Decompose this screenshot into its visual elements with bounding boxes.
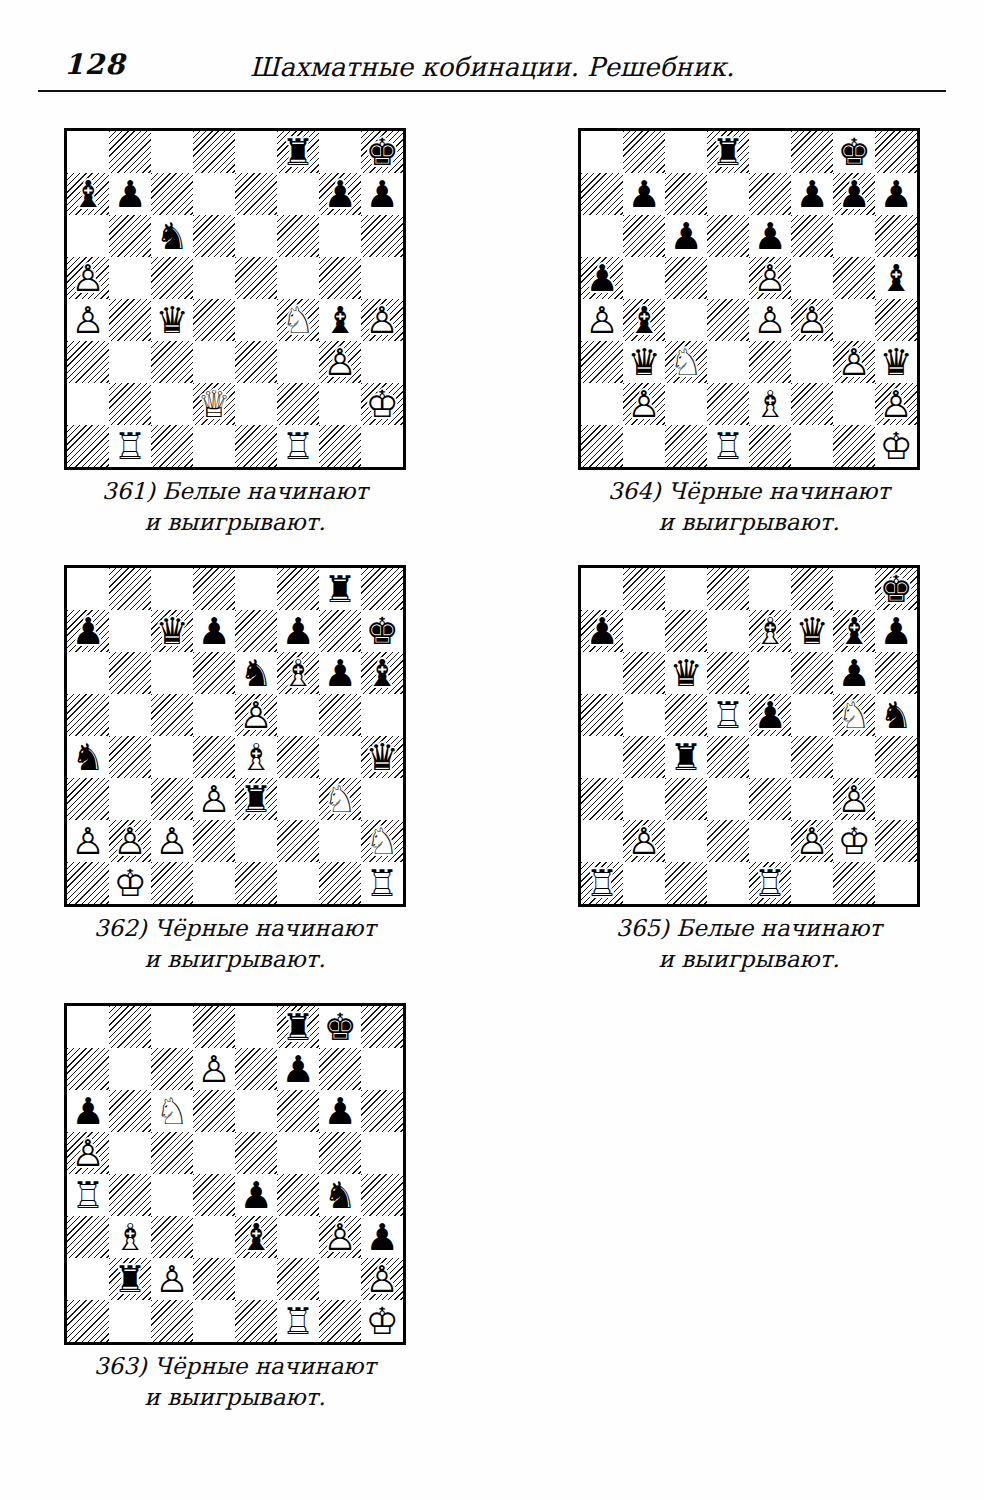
square-e6: ♞♞ [235,652,277,694]
square-e3 [749,778,791,820]
square-a1 [67,425,109,467]
square-e8 [235,568,277,610]
square-f5 [791,257,833,299]
square-a3 [67,341,109,383]
square-e5: ♟♙ [235,694,277,736]
white-king: ♚♔ [875,425,917,467]
white-king: ♚♔ [833,820,875,862]
square-e8 [749,568,791,610]
square-b6 [109,1090,151,1132]
square-h8: ♚♚ [875,568,917,610]
square-a2 [581,383,623,425]
square-d2 [193,820,235,862]
black-pawn: ♟♟ [319,652,361,694]
square-d3 [193,1216,235,1258]
square-f6 [277,215,319,257]
square-d1 [707,862,749,904]
square-h3 [875,778,917,820]
square-c1 [151,862,193,904]
square-d4 [193,736,235,778]
white-rook: ♜♖ [109,425,151,467]
caption-361-line1: 361) Белые начинают [64,476,406,507]
square-e8 [235,131,277,173]
square-h6 [875,652,917,694]
black-pawn: ♟♟ [875,610,917,652]
square-g6 [319,215,361,257]
square-b8 [623,131,665,173]
black-king: ♚♚ [833,131,875,173]
square-g8: ♜♜ [319,568,361,610]
square-h8 [361,568,403,610]
black-pawn: ♟♟ [581,610,623,652]
black-pawn: ♟♟ [581,257,623,299]
caption-361: 361) Белые начинают и выигрывают. [64,476,406,538]
black-bishop: ♝♝ [235,1216,277,1258]
square-h2: ♟♙ [361,1258,403,1300]
square-f1: ♜♖ [277,1300,319,1342]
square-c8 [151,568,193,610]
black-pawn: ♟♟ [749,215,791,257]
square-e8 [235,1006,277,1048]
black-king: ♚♚ [361,131,403,173]
square-c3 [151,1216,193,1258]
white-pawn: ♟♙ [833,341,875,383]
square-h4: ♟♙ [361,299,403,341]
black-king: ♚♚ [319,1006,361,1048]
black-pawn: ♟♟ [833,652,875,694]
chess-board-363: ♜♜♚♚♟♙♟♟♟♟♞♘♟♟♟♙♜♖♟♟♞♞♝♗♝♝♟♙♟♟♜♜♟♙♟♙♜♖♚♔ [64,1003,406,1345]
square-e5: ♟♙ [749,257,791,299]
black-bishop: ♝♝ [319,299,361,341]
square-b5 [623,257,665,299]
square-g8 [833,568,875,610]
square-b7 [109,610,151,652]
square-b3 [623,778,665,820]
white-knight: ♞♘ [833,694,875,736]
square-c6: ♞♘ [151,1090,193,1132]
square-h5 [361,257,403,299]
square-g3: ♞♘ [319,778,361,820]
square-b2 [109,383,151,425]
black-queen: ♛♛ [665,652,707,694]
square-d1 [193,425,235,467]
square-f3 [277,778,319,820]
square-e4: ♟♟ [235,1174,277,1216]
square-g4 [833,299,875,341]
white-rook: ♜♖ [67,1174,109,1216]
square-d3 [707,778,749,820]
square-g1 [319,1300,361,1342]
square-d5 [193,257,235,299]
white-pawn: ♟♙ [193,778,235,820]
square-h7: ♟♟ [361,173,403,215]
white-bishop: ♝♗ [277,652,319,694]
square-c5 [151,257,193,299]
square-g8 [319,131,361,173]
square-d4 [707,736,749,778]
caption-365-line1: 365) Белые начинают [578,913,920,944]
square-c4: ♜♜ [665,736,707,778]
white-knight: ♞♘ [319,778,361,820]
square-d5 [193,694,235,736]
square-g1 [319,862,361,904]
square-d6 [707,652,749,694]
square-g4 [833,736,875,778]
square-g6 [833,215,875,257]
square-e7 [235,173,277,215]
square-f1 [791,862,833,904]
square-b4: ♝♝ [623,299,665,341]
square-f1: ♜♖ [277,425,319,467]
square-f8 [791,568,833,610]
square-e4 [749,736,791,778]
square-d4 [707,299,749,341]
square-h4: ♛♛ [361,736,403,778]
square-e1 [235,425,277,467]
black-rook: ♜♜ [277,1006,319,1048]
square-d3: ♟♙ [193,778,235,820]
square-a6 [581,215,623,257]
square-c8 [665,568,707,610]
square-h2: ♞♘ [361,820,403,862]
white-pawn: ♟♙ [749,257,791,299]
square-c6: ♛♛ [665,652,707,694]
square-a3 [581,778,623,820]
square-d7: ♟♙ [193,1048,235,1090]
square-e1 [749,425,791,467]
header-divider [38,90,946,92]
square-c2 [665,820,707,862]
square-g7: ♟♟ [833,173,875,215]
square-e2 [235,383,277,425]
black-rook: ♜♜ [277,131,319,173]
square-f2 [277,383,319,425]
square-g5 [833,257,875,299]
black-bishop: ♝♝ [67,173,109,215]
square-e4 [235,299,277,341]
square-b4 [109,299,151,341]
white-rook: ♜♖ [581,862,623,904]
black-pawn: ♟♟ [623,173,665,215]
square-d6 [193,1090,235,1132]
square-a5: ♟♙ [67,257,109,299]
square-a6 [67,215,109,257]
square-d2 [707,383,749,425]
square-a7: ♟♟ [581,610,623,652]
square-e3: ♜♜ [235,778,277,820]
white-pawn: ♟♙ [151,820,193,862]
square-g3: ♟♙ [833,341,875,383]
white-queen: ♛♕ [193,383,235,425]
square-h4 [361,1174,403,1216]
white-pawn: ♟♙ [109,820,151,862]
black-pawn: ♟♟ [361,1216,403,1258]
black-pawn: ♟♟ [791,173,833,215]
white-pawn: ♟♙ [361,299,403,341]
square-f2 [277,820,319,862]
square-b4 [109,1174,151,1216]
square-e6 [235,1090,277,1132]
square-h2 [875,820,917,862]
square-g2 [833,383,875,425]
white-pawn: ♟♙ [361,1258,403,1300]
square-c4 [151,1174,193,1216]
caption-362-line1: 362) Чёрные начинают [64,913,406,944]
square-c2 [151,383,193,425]
square-b3: ♝♗ [109,1216,151,1258]
square-d5 [707,257,749,299]
square-c5 [151,1132,193,1174]
square-g5 [319,257,361,299]
square-g4: ♝♝ [319,299,361,341]
white-king: ♚♔ [361,383,403,425]
square-c3 [151,778,193,820]
white-pawn: ♟♙ [67,257,109,299]
square-f4: ♞♘ [277,299,319,341]
black-rook: ♜♜ [665,736,707,778]
square-b2: ♟♙ [623,820,665,862]
square-b5 [623,694,665,736]
white-pawn: ♟♙ [67,1132,109,1174]
white-rook: ♜♖ [277,425,319,467]
square-b8 [109,568,151,610]
square-a7: ♝♝ [67,173,109,215]
square-h7: ♟♟ [875,610,917,652]
square-e8 [749,131,791,173]
square-e6 [749,652,791,694]
square-d8 [707,568,749,610]
square-e1: ♜♖ [749,862,791,904]
white-pawn: ♟♙ [791,820,833,862]
square-c2: ♟♙ [151,820,193,862]
white-knight: ♞♘ [665,341,707,383]
square-h3 [361,778,403,820]
black-bishop: ♝♝ [623,299,665,341]
caption-365: 365) Белые начинают и выигрывают. [578,913,920,975]
square-a7: ♟♟ [67,610,109,652]
square-b1: ♚♔ [109,862,151,904]
white-rook: ♜♖ [707,694,749,736]
square-e4: ♟♙ [749,299,791,341]
square-c7 [665,173,707,215]
white-rook: ♜♖ [707,425,749,467]
white-pawn: ♟♙ [151,1258,193,1300]
square-h1: ♚♔ [361,1300,403,1342]
square-g5 [319,1132,361,1174]
square-c7 [151,1048,193,1090]
square-c3 [665,778,707,820]
square-b3: ♛♛ [623,341,665,383]
black-rook: ♜♜ [235,778,277,820]
square-c3: ♞♘ [665,341,707,383]
square-f3 [277,1216,319,1258]
square-e5 [235,1132,277,1174]
square-h1: ♜♖ [361,862,403,904]
square-f7: ♟♟ [791,173,833,215]
square-c6: ♞♞ [151,215,193,257]
square-h2: ♚♔ [361,383,403,425]
square-a6 [67,652,109,694]
square-b2: ♟♙ [623,383,665,425]
square-f8 [277,568,319,610]
square-f8: ♜♜ [277,1006,319,1048]
white-pawn: ♟♙ [791,299,833,341]
white-knight: ♞♘ [361,820,403,862]
chess-board-364: ♜♜♚♚♟♟♟♟♟♟♟♟♟♟♟♟♟♟♟♙♝♝♟♙♝♝♟♙♟♙♛♛♞♘♟♙♛♛♟♙… [578,128,920,470]
square-e3 [235,341,277,383]
white-pawn: ♟♙ [623,383,665,425]
square-b1 [623,862,665,904]
caption-364-line1: 364) Чёрные начинают [578,476,920,507]
square-b8 [109,1006,151,1048]
black-pawn: ♟♟ [277,610,319,652]
square-g7 [319,1048,361,1090]
square-g3: ♟♙ [319,1216,361,1258]
square-a4: ♟♙ [581,299,623,341]
black-queen: ♛♛ [623,341,665,383]
square-d7 [707,173,749,215]
square-e2 [749,820,791,862]
white-pawn: ♟♙ [749,299,791,341]
square-d2 [707,820,749,862]
square-d1: ♜♖ [707,425,749,467]
black-pawn: ♟♟ [319,173,361,215]
square-e5 [235,257,277,299]
square-c8 [151,131,193,173]
square-d6 [707,215,749,257]
black-king: ♚♚ [361,610,403,652]
square-f4 [277,1174,319,1216]
square-d8 [193,568,235,610]
square-f4: ♟♙ [791,299,833,341]
square-h4 [875,299,917,341]
black-pawn: ♟♟ [875,173,917,215]
square-b6 [109,215,151,257]
square-e1 [235,1300,277,1342]
square-b7: ♟♟ [109,173,151,215]
square-a6 [581,652,623,694]
white-pawn: ♟♙ [319,1216,361,1258]
square-c1 [665,425,707,467]
square-d6 [193,652,235,694]
black-pawn: ♟♟ [361,173,403,215]
black-queen: ♛♛ [151,299,193,341]
square-b3 [109,341,151,383]
square-h5: ♝♝ [875,257,917,299]
square-d7: ♟♟ [193,610,235,652]
square-c1 [665,862,707,904]
square-g4 [319,736,361,778]
black-king: ♚♚ [875,568,917,610]
square-f6 [277,1090,319,1132]
square-c4 [665,299,707,341]
square-f2 [791,383,833,425]
square-a4: ♟♙ [67,299,109,341]
figure-363: ♜♜♚♚♟♙♟♟♟♟♞♘♟♟♟♙♜♖♟♟♞♞♝♗♝♝♟♙♟♟♜♜♟♙♟♙♜♖♚♔… [64,1003,406,1413]
square-f2 [277,1258,319,1300]
black-pawn: ♟♟ [109,173,151,215]
square-g7: ♝♝ [833,610,875,652]
square-g5: ♞♘ [833,694,875,736]
square-c6: ♟♟ [665,215,707,257]
caption-365-line2: и выигрывают. [578,944,920,975]
square-h6 [875,215,917,257]
square-g3: ♟♙ [833,778,875,820]
square-h2: ♟♙ [875,383,917,425]
square-b8 [109,131,151,173]
white-knight: ♞♘ [277,299,319,341]
square-b6 [109,652,151,694]
square-f5 [277,1132,319,1174]
white-pawn: ♟♙ [833,778,875,820]
square-g5 [319,694,361,736]
square-f8 [791,131,833,173]
square-c4: ♛♛ [151,299,193,341]
square-e7 [235,610,277,652]
figure-365: ♚♚♟♟♝♗♛♛♝♝♟♟♛♛♟♟♜♖♟♟♞♘♞♞♜♜♟♙♟♙♟♙♚♔♜♖♜♖ 3… [578,565,920,975]
white-pawn: ♟♙ [67,299,109,341]
square-h6 [361,1090,403,1132]
square-b5 [109,694,151,736]
square-c5 [665,257,707,299]
square-f3 [791,341,833,383]
square-d5 [193,1132,235,1174]
white-pawn: ♟♙ [235,694,277,736]
square-g6: ♟♟ [319,1090,361,1132]
black-knight: ♞♞ [67,736,109,778]
black-pawn: ♟♟ [277,1048,319,1090]
square-h3 [361,341,403,383]
chess-board-365: ♚♚♟♟♝♗♛♛♝♝♟♟♛♛♟♟♜♖♟♟♞♘♞♞♜♜♟♙♟♙♟♙♚♔♜♖♜♖ [578,565,920,907]
square-b5 [109,257,151,299]
square-h1: ♚♔ [875,425,917,467]
black-pawn: ♟♟ [67,610,109,652]
square-e7 [235,1048,277,1090]
square-a4: ♞♞ [67,736,109,778]
square-c5 [151,694,193,736]
black-knight: ♞♞ [235,652,277,694]
square-h1 [361,425,403,467]
square-b4 [623,736,665,778]
square-e7: ♝♗ [749,610,791,652]
square-a5: ♟♙ [67,1132,109,1174]
square-b2: ♟♙ [109,820,151,862]
caption-361-line2: и выигрывают. [64,507,406,538]
square-f6: ♝♗ [277,652,319,694]
square-h7: ♚♚ [361,610,403,652]
square-c1 [151,1300,193,1342]
square-b7 [623,610,665,652]
square-a7 [67,1048,109,1090]
square-g1 [833,425,875,467]
square-c7: ♛♛ [151,610,193,652]
white-bishop: ♝♗ [109,1216,151,1258]
square-f5 [277,257,319,299]
square-e3 [749,341,791,383]
square-a1: ♜♖ [581,862,623,904]
square-d8 [193,1006,235,1048]
black-pawn: ♟♟ [67,1090,109,1132]
caption-362: 362) Чёрные начинают и выигрывают. [64,913,406,975]
square-a1 [67,862,109,904]
square-g7 [319,610,361,652]
black-queen: ♛♛ [151,610,193,652]
square-h5 [361,694,403,736]
square-g2 [319,820,361,862]
square-d2 [193,1258,235,1300]
white-pawn: ♟♙ [193,1048,235,1090]
white-pawn: ♟♙ [67,820,109,862]
